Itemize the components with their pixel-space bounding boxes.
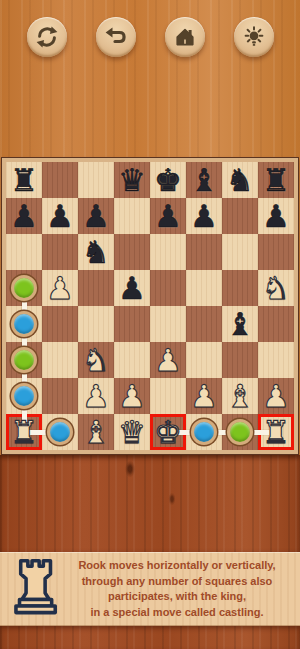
hint-button[interactable] xyxy=(234,17,274,57)
piece-white-knight-h5[interactable]: ♞ xyxy=(258,270,294,306)
tutorial-line: participates, with the king, xyxy=(60,589,294,605)
piece-white-queen-d1[interactable]: ♛ xyxy=(114,414,150,450)
piece-black-knight-c6[interactable]: ♞ xyxy=(78,234,114,270)
piece-white-bishop-c1[interactable]: ♝ xyxy=(78,414,114,450)
undo-icon xyxy=(104,25,128,49)
tutorial-banner: Rook moves horizontally or vertically, t… xyxy=(0,552,300,626)
piece-white-king-e1[interactable]: ♚ xyxy=(150,414,186,450)
piece-white-pawn-b5[interactable]: ♟ xyxy=(42,270,78,306)
piece-black-pawn-e7[interactable]: ♟ xyxy=(150,198,186,234)
tutorial-line: Rook moves horizontally or vertically, xyxy=(60,558,294,574)
piece-white-rook-h1[interactable]: ♜ xyxy=(258,414,294,450)
piece-black-bishop-f8[interactable]: ♝ xyxy=(186,162,222,198)
piece-white-bishop-g2[interactable]: ♝ xyxy=(222,378,258,414)
piece-white-knight-c3[interactable]: ♞ xyxy=(78,342,114,378)
piece-white-rook-a1[interactable]: ♜ xyxy=(6,414,42,450)
toolbar xyxy=(0,17,300,57)
piece-white-pawn-d2[interactable]: ♟ xyxy=(114,378,150,414)
refresh-icon xyxy=(35,25,59,49)
rook-icon xyxy=(10,556,60,622)
piece-white-pawn-f2[interactable]: ♟ xyxy=(186,378,222,414)
piece-black-rook-a8[interactable]: ♜ xyxy=(6,162,42,198)
piece-white-pawn-e3[interactable]: ♟ xyxy=(150,342,186,378)
piece-white-pawn-c2[interactable]: ♟ xyxy=(78,378,114,414)
chess-board: ♜♛♚♝♞♜♟♟♟♟♟♟♞♟♟♞♝♞♟♟♟♟♝♟♜♝♛♚♜ xyxy=(2,158,298,454)
home-icon xyxy=(173,25,197,49)
undo-button[interactable] xyxy=(96,17,136,57)
restart-button[interactable] xyxy=(27,17,67,57)
tutorial-line: through any number of squares also xyxy=(60,574,294,590)
tutorial-line: in a special move called castling. xyxy=(60,605,294,621)
piece-black-bishop-g4[interactable]: ♝ xyxy=(222,306,258,342)
piece-layer: ♜♛♚♝♞♜♟♟♟♟♟♟♞♟♟♞♝♞♟♟♟♟♝♟♜♝♛♚♜ xyxy=(6,162,294,450)
home-button[interactable] xyxy=(165,17,205,57)
lightbulb-icon xyxy=(242,25,266,49)
tutorial-text: Rook moves horizontally or vertically, t… xyxy=(60,558,300,620)
piece-white-pawn-h2[interactable]: ♟ xyxy=(258,378,294,414)
piece-black-pawn-b7[interactable]: ♟ xyxy=(42,198,78,234)
piece-black-pawn-h7[interactable]: ♟ xyxy=(258,198,294,234)
piece-black-pawn-c7[interactable]: ♟ xyxy=(78,198,114,234)
chess-app-screen: ♜♛♚♝♞♜♟♟♟♟♟♟♞♟♟♞♝♞♟♟♟♟♝♟♜♝♛♚♜ Rook moves… xyxy=(0,0,300,649)
piece-black-pawn-f7[interactable]: ♟ xyxy=(186,198,222,234)
piece-black-king-e8[interactable]: ♚ xyxy=(150,162,186,198)
piece-black-pawn-d5[interactable]: ♟ xyxy=(114,270,150,306)
piece-black-pawn-a7[interactable]: ♟ xyxy=(6,198,42,234)
piece-black-knight-g8[interactable]: ♞ xyxy=(222,162,258,198)
piece-black-rook-h8[interactable]: ♜ xyxy=(258,162,294,198)
piece-black-queen-d8[interactable]: ♛ xyxy=(114,162,150,198)
